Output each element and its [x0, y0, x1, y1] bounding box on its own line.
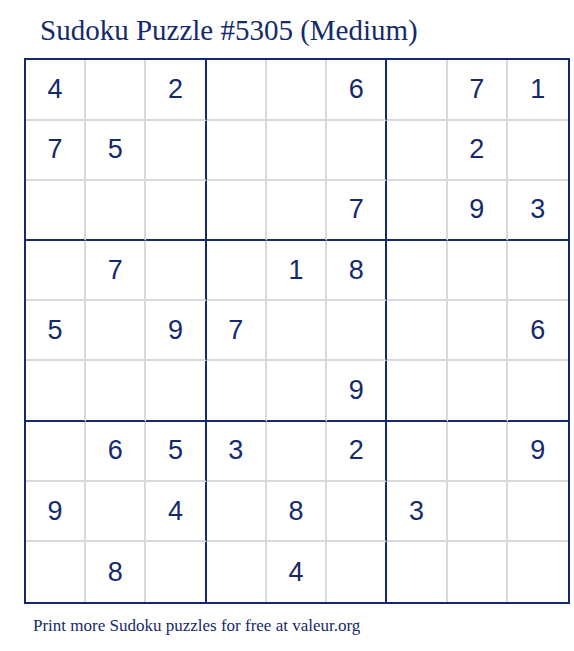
- sudoku-page: Sudoku Puzzle #5305 (Medium) 42671752793…: [0, 0, 574, 651]
- sudoku-cell-empty[interactable]: [508, 121, 568, 181]
- sudoku-cell-given[interactable]: 4: [26, 60, 86, 120]
- sudoku-cell-empty[interactable]: [146, 241, 206, 301]
- sudoku-cell-given[interactable]: 2: [146, 60, 206, 120]
- sudoku-cell-empty[interactable]: [146, 542, 206, 602]
- sudoku-cell-given[interactable]: 3: [387, 482, 447, 542]
- sudoku-cell-given[interactable]: 3: [508, 181, 568, 241]
- sudoku-cell-empty[interactable]: [508, 542, 568, 602]
- sudoku-cell-given[interactable]: 9: [448, 181, 508, 241]
- sudoku-cell-empty[interactable]: [387, 301, 447, 361]
- sudoku-cell-given[interactable]: 1: [508, 60, 568, 120]
- sudoku-cell-given[interactable]: 7: [86, 241, 146, 301]
- sudoku-cell-empty[interactable]: [207, 60, 267, 120]
- sudoku-cell-empty[interactable]: [207, 121, 267, 181]
- sudoku-cell-given[interactable]: 9: [327, 361, 387, 421]
- footer-text: Print more Sudoku puzzles for free at va…: [33, 616, 574, 636]
- sudoku-cell-empty[interactable]: [86, 301, 146, 361]
- sudoku-cell-given[interactable]: 9: [508, 422, 568, 482]
- sudoku-cell-empty[interactable]: [267, 121, 327, 181]
- sudoku-cell-empty[interactable]: [387, 121, 447, 181]
- sudoku-cell-empty[interactable]: [448, 422, 508, 482]
- sudoku-cell-given[interactable]: 5: [26, 301, 86, 361]
- sudoku-cell-empty[interactable]: [207, 482, 267, 542]
- sudoku-cell-given[interactable]: 9: [146, 301, 206, 361]
- sudoku-cell-empty[interactable]: [26, 361, 86, 421]
- sudoku-cell-given[interactable]: 9: [26, 482, 86, 542]
- sudoku-cell-empty[interactable]: [387, 181, 447, 241]
- sudoku-cell-empty[interactable]: [86, 181, 146, 241]
- sudoku-cell-empty[interactable]: [86, 361, 146, 421]
- sudoku-cell-empty[interactable]: [26, 542, 86, 602]
- sudoku-cell-empty[interactable]: [327, 301, 387, 361]
- sudoku-cell-given[interactable]: 1: [267, 241, 327, 301]
- sudoku-cell-empty[interactable]: [267, 181, 327, 241]
- sudoku-cell-empty[interactable]: [387, 60, 447, 120]
- sudoku-cell-empty[interactable]: [207, 181, 267, 241]
- sudoku-cell-empty[interactable]: [207, 241, 267, 301]
- sudoku-cell-given[interactable]: 5: [146, 422, 206, 482]
- sudoku-cell-empty[interactable]: [387, 241, 447, 301]
- sudoku-cell-given[interactable]: 8: [267, 482, 327, 542]
- sudoku-cell-given[interactable]: 3: [207, 422, 267, 482]
- sudoku-cell-empty[interactable]: [448, 542, 508, 602]
- sudoku-cell-given[interactable]: 7: [207, 301, 267, 361]
- sudoku-cell-empty[interactable]: [86, 60, 146, 120]
- sudoku-cell-given[interactable]: 4: [146, 482, 206, 542]
- sudoku-cell-given[interactable]: 6: [86, 422, 146, 482]
- puzzle-title: Sudoku Puzzle #5305 (Medium): [0, 0, 574, 47]
- sudoku-cell-empty[interactable]: [448, 301, 508, 361]
- sudoku-cell-given[interactable]: 7: [327, 181, 387, 241]
- sudoku-cell-given[interactable]: 2: [448, 121, 508, 181]
- sudoku-cell-given[interactable]: 5: [86, 121, 146, 181]
- sudoku-cell-empty[interactable]: [508, 361, 568, 421]
- sudoku-cell-empty[interactable]: [267, 422, 327, 482]
- sudoku-cell-given[interactable]: 7: [448, 60, 508, 120]
- sudoku-cell-given[interactable]: 7: [26, 121, 86, 181]
- sudoku-cell-empty[interactable]: [267, 361, 327, 421]
- sudoku-cell-empty[interactable]: [146, 121, 206, 181]
- sudoku-cell-empty[interactable]: [327, 542, 387, 602]
- sudoku-cell-empty[interactable]: [327, 482, 387, 542]
- sudoku-cell-empty[interactable]: [448, 482, 508, 542]
- sudoku-cell-empty[interactable]: [146, 181, 206, 241]
- sudoku-cell-empty[interactable]: [26, 241, 86, 301]
- sudoku-grid: 426717527937185976965329948384: [24, 58, 570, 604]
- sudoku-cell-empty[interactable]: [26, 422, 86, 482]
- sudoku-cell-given[interactable]: 6: [327, 60, 387, 120]
- sudoku-cell-given[interactable]: 4: [267, 542, 327, 602]
- sudoku-cell-empty[interactable]: [508, 241, 568, 301]
- sudoku-cell-empty[interactable]: [448, 361, 508, 421]
- sudoku-cell-given[interactable]: 8: [327, 241, 387, 301]
- sudoku-cell-empty[interactable]: [448, 241, 508, 301]
- sudoku-cell-empty[interactable]: [508, 482, 568, 542]
- sudoku-cell-empty[interactable]: [267, 60, 327, 120]
- sudoku-cell-empty[interactable]: [26, 181, 86, 241]
- sudoku-cell-empty[interactable]: [387, 542, 447, 602]
- sudoku-cell-empty[interactable]: [327, 121, 387, 181]
- sudoku-cell-given[interactable]: 2: [327, 422, 387, 482]
- sudoku-cell-given[interactable]: 6: [508, 301, 568, 361]
- sudoku-cell-empty[interactable]: [387, 361, 447, 421]
- sudoku-cell-empty[interactable]: [146, 361, 206, 421]
- sudoku-cell-empty[interactable]: [207, 361, 267, 421]
- sudoku-cell-empty[interactable]: [207, 542, 267, 602]
- sudoku-cell-empty[interactable]: [86, 482, 146, 542]
- sudoku-cell-empty[interactable]: [267, 301, 327, 361]
- sudoku-cell-empty[interactable]: [387, 422, 447, 482]
- sudoku-cell-given[interactable]: 8: [86, 542, 146, 602]
